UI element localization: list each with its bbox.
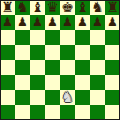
square-g5[interactable] [90, 45, 105, 60]
square-b3[interactable] [15, 75, 30, 90]
square-a8[interactable]: ♜ [0, 0, 15, 15]
piece-black-bishop[interactable]: ♝ [31, 0, 44, 15]
piece-white-knight[interactable]: ♞ [61, 90, 74, 105]
square-c7[interactable]: ♟ [30, 15, 45, 30]
square-h7[interactable]: ♟ [105, 15, 120, 30]
square-d8[interactable]: ♛ [45, 0, 60, 15]
square-f2[interactable] [75, 90, 90, 105]
square-h3[interactable] [105, 75, 120, 90]
square-f8[interactable]: ♝ [75, 0, 90, 15]
square-c6[interactable] [30, 30, 45, 45]
square-f7[interactable]: ♟ [75, 15, 90, 30]
square-a4[interactable] [0, 60, 15, 75]
square-g8[interactable]: ♞ [90, 0, 105, 15]
piece-black-pawn[interactable]: ♟ [47, 15, 58, 30]
square-c3[interactable] [30, 75, 45, 90]
piece-black-pawn[interactable]: ♟ [62, 15, 73, 30]
square-c8[interactable]: ♝ [30, 0, 45, 15]
chess-board: ♜♞♝♛♚♝♞♜♟♟♟♟♟♟♟♟♞ [0, 0, 120, 120]
square-c4[interactable] [30, 60, 45, 75]
square-a6[interactable] [0, 30, 15, 45]
piece-black-bishop[interactable]: ♝ [76, 0, 89, 15]
square-a5[interactable] [0, 45, 15, 60]
piece-black-queen[interactable]: ♛ [46, 0, 59, 15]
piece-black-pawn[interactable]: ♟ [17, 15, 28, 30]
square-d1[interactable] [45, 105, 60, 120]
square-b7[interactable]: ♟ [15, 15, 30, 30]
piece-black-knight[interactable]: ♞ [91, 0, 104, 15]
square-b4[interactable] [15, 60, 30, 75]
square-e1[interactable] [60, 105, 75, 120]
square-g7[interactable]: ♟ [90, 15, 105, 30]
piece-black-pawn[interactable]: ♟ [107, 15, 118, 30]
square-g4[interactable] [90, 60, 105, 75]
square-d2[interactable] [45, 90, 60, 105]
square-e5[interactable] [60, 45, 75, 60]
square-b6[interactable] [15, 30, 30, 45]
square-a3[interactable] [0, 75, 15, 90]
square-e8[interactable]: ♚ [60, 0, 75, 15]
square-b5[interactable] [15, 45, 30, 60]
square-f5[interactable] [75, 45, 90, 60]
square-a2[interactable] [0, 90, 15, 105]
square-a1[interactable] [0, 105, 15, 120]
square-e6[interactable] [60, 30, 75, 45]
square-b8[interactable]: ♞ [15, 0, 30, 15]
square-a7[interactable]: ♟ [0, 15, 15, 30]
square-g2[interactable] [90, 90, 105, 105]
square-e2[interactable]: ♞ [60, 90, 75, 105]
square-b1[interactable] [15, 105, 30, 120]
piece-black-knight[interactable]: ♞ [16, 0, 29, 15]
square-g1[interactable] [90, 105, 105, 120]
square-h8[interactable]: ♜ [105, 0, 120, 15]
square-h6[interactable] [105, 30, 120, 45]
square-d5[interactable] [45, 45, 60, 60]
square-f4[interactable] [75, 60, 90, 75]
square-g6[interactable] [90, 30, 105, 45]
piece-black-rook[interactable]: ♜ [1, 0, 14, 15]
square-b2[interactable] [15, 90, 30, 105]
square-h1[interactable] [105, 105, 120, 120]
square-e7[interactable]: ♟ [60, 15, 75, 30]
square-h5[interactable] [105, 45, 120, 60]
square-h4[interactable] [105, 60, 120, 75]
square-c1[interactable] [30, 105, 45, 120]
piece-black-pawn[interactable]: ♟ [32, 15, 43, 30]
piece-black-pawn[interactable]: ♟ [77, 15, 88, 30]
chess-app: ♜♞♝♛♚♝♞♜♟♟♟♟♟♟♟♟♞ [0, 0, 120, 120]
square-e4[interactable] [60, 60, 75, 75]
square-g3[interactable] [90, 75, 105, 90]
square-f6[interactable] [75, 30, 90, 45]
square-f1[interactable] [75, 105, 90, 120]
square-d6[interactable] [45, 30, 60, 45]
piece-black-pawn[interactable]: ♟ [92, 15, 103, 30]
square-c5[interactable] [30, 45, 45, 60]
piece-black-pawn[interactable]: ♟ [2, 15, 13, 30]
piece-black-king[interactable]: ♚ [61, 0, 74, 15]
piece-black-rook[interactable]: ♜ [106, 0, 119, 15]
square-d4[interactable] [45, 60, 60, 75]
square-c2[interactable] [30, 90, 45, 105]
square-h2[interactable] [105, 90, 120, 105]
square-f3[interactable] [75, 75, 90, 90]
square-d3[interactable] [45, 75, 60, 90]
square-d7[interactable]: ♟ [45, 15, 60, 30]
